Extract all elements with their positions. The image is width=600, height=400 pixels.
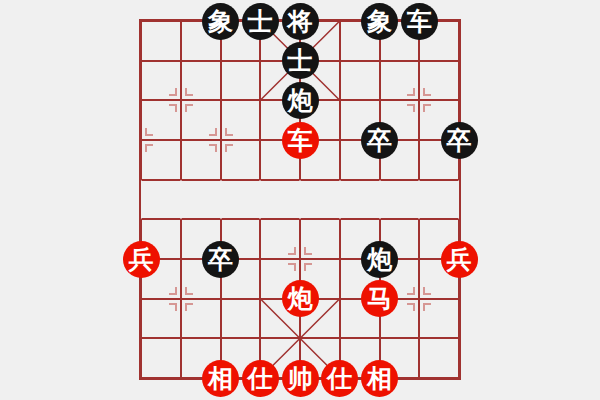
piece-red-advisor-right[interactable]: 仕 bbox=[321, 360, 358, 397]
point-marker-bracket bbox=[423, 303, 431, 311]
point-marker-bracket bbox=[145, 144, 153, 152]
river-cell bbox=[300, 180, 340, 220]
board-cell bbox=[340, 61, 380, 101]
point-marker-bracket bbox=[225, 128, 233, 136]
piece-red-soldier-file1[interactable]: 兵 bbox=[123, 241, 160, 278]
piece-red-soldier-file9[interactable]: 兵 bbox=[441, 241, 478, 278]
point-marker-bracket bbox=[288, 263, 296, 271]
point-marker-bracket bbox=[407, 88, 415, 96]
piece-black-elephant-right[interactable]: 象 bbox=[361, 3, 398, 40]
piece-red-elephant-left[interactable]: 相 bbox=[202, 360, 239, 397]
point-marker-bracket bbox=[304, 247, 312, 255]
point-marker-bracket bbox=[185, 104, 193, 112]
river-cell bbox=[221, 180, 261, 220]
point-marker-bracket bbox=[304, 263, 312, 271]
piece-black-cannon-file5[interactable]: 炮 bbox=[282, 82, 319, 119]
board-cell bbox=[221, 61, 261, 101]
river-cell bbox=[141, 180, 181, 220]
piece-black-soldier-file7[interactable]: 卒 bbox=[361, 122, 398, 159]
point-marker-bracket bbox=[185, 88, 193, 96]
river-cell bbox=[380, 180, 420, 220]
point-marker-bracket bbox=[145, 128, 153, 136]
point-marker-bracket bbox=[209, 128, 217, 136]
piece-red-horse[interactable]: 马 bbox=[361, 280, 398, 317]
board-cell bbox=[141, 21, 181, 61]
river-cell bbox=[419, 180, 459, 220]
point-marker-bracket bbox=[185, 303, 193, 311]
piece-black-cannon-file7[interactable]: 炮 bbox=[361, 241, 398, 278]
piece-black-advisor-left[interactable]: 士 bbox=[242, 3, 279, 40]
river-cell bbox=[181, 180, 221, 220]
point-marker-bracket bbox=[423, 104, 431, 112]
river-cell bbox=[340, 180, 380, 220]
piece-red-general[interactable]: 帅 bbox=[282, 360, 319, 397]
river-cell bbox=[260, 180, 300, 220]
piece-red-advisor-left[interactable]: 仕 bbox=[242, 360, 279, 397]
point-marker-bracket bbox=[423, 88, 431, 96]
point-marker-bracket bbox=[169, 303, 177, 311]
board-cell bbox=[419, 338, 459, 378]
piece-red-chariot[interactable]: 车 bbox=[282, 122, 319, 159]
point-marker-bracket bbox=[407, 303, 415, 311]
point-marker-bracket bbox=[407, 287, 415, 295]
point-marker-bracket bbox=[169, 104, 177, 112]
point-marker-bracket bbox=[407, 104, 415, 112]
point-marker-bracket bbox=[185, 287, 193, 295]
piece-black-soldier-file9[interactable]: 卒 bbox=[441, 122, 478, 159]
board-cell bbox=[141, 338, 181, 378]
point-marker-bracket bbox=[288, 247, 296, 255]
piece-red-cannon[interactable]: 炮 bbox=[282, 280, 319, 317]
piece-black-general[interactable]: 将 bbox=[282, 3, 319, 40]
point-marker-bracket bbox=[169, 287, 177, 295]
piece-black-chariot[interactable]: 车 bbox=[401, 3, 438, 40]
piece-black-soldier-file3[interactable]: 卒 bbox=[202, 241, 239, 278]
piece-black-elephant-left[interactable]: 象 bbox=[202, 3, 239, 40]
point-marker-bracket bbox=[423, 287, 431, 295]
point-marker-bracket bbox=[225, 144, 233, 152]
xiangqi-board-screen: 象士将象车士炮车卒卒兵卒炮兵炮马相仕帅仕相 bbox=[0, 0, 600, 400]
point-marker-bracket bbox=[169, 88, 177, 96]
point-marker-bracket bbox=[209, 144, 217, 152]
board-cell bbox=[221, 299, 261, 339]
piece-red-elephant-right[interactable]: 相 bbox=[361, 360, 398, 397]
piece-black-advisor-center[interactable]: 士 bbox=[282, 42, 319, 79]
